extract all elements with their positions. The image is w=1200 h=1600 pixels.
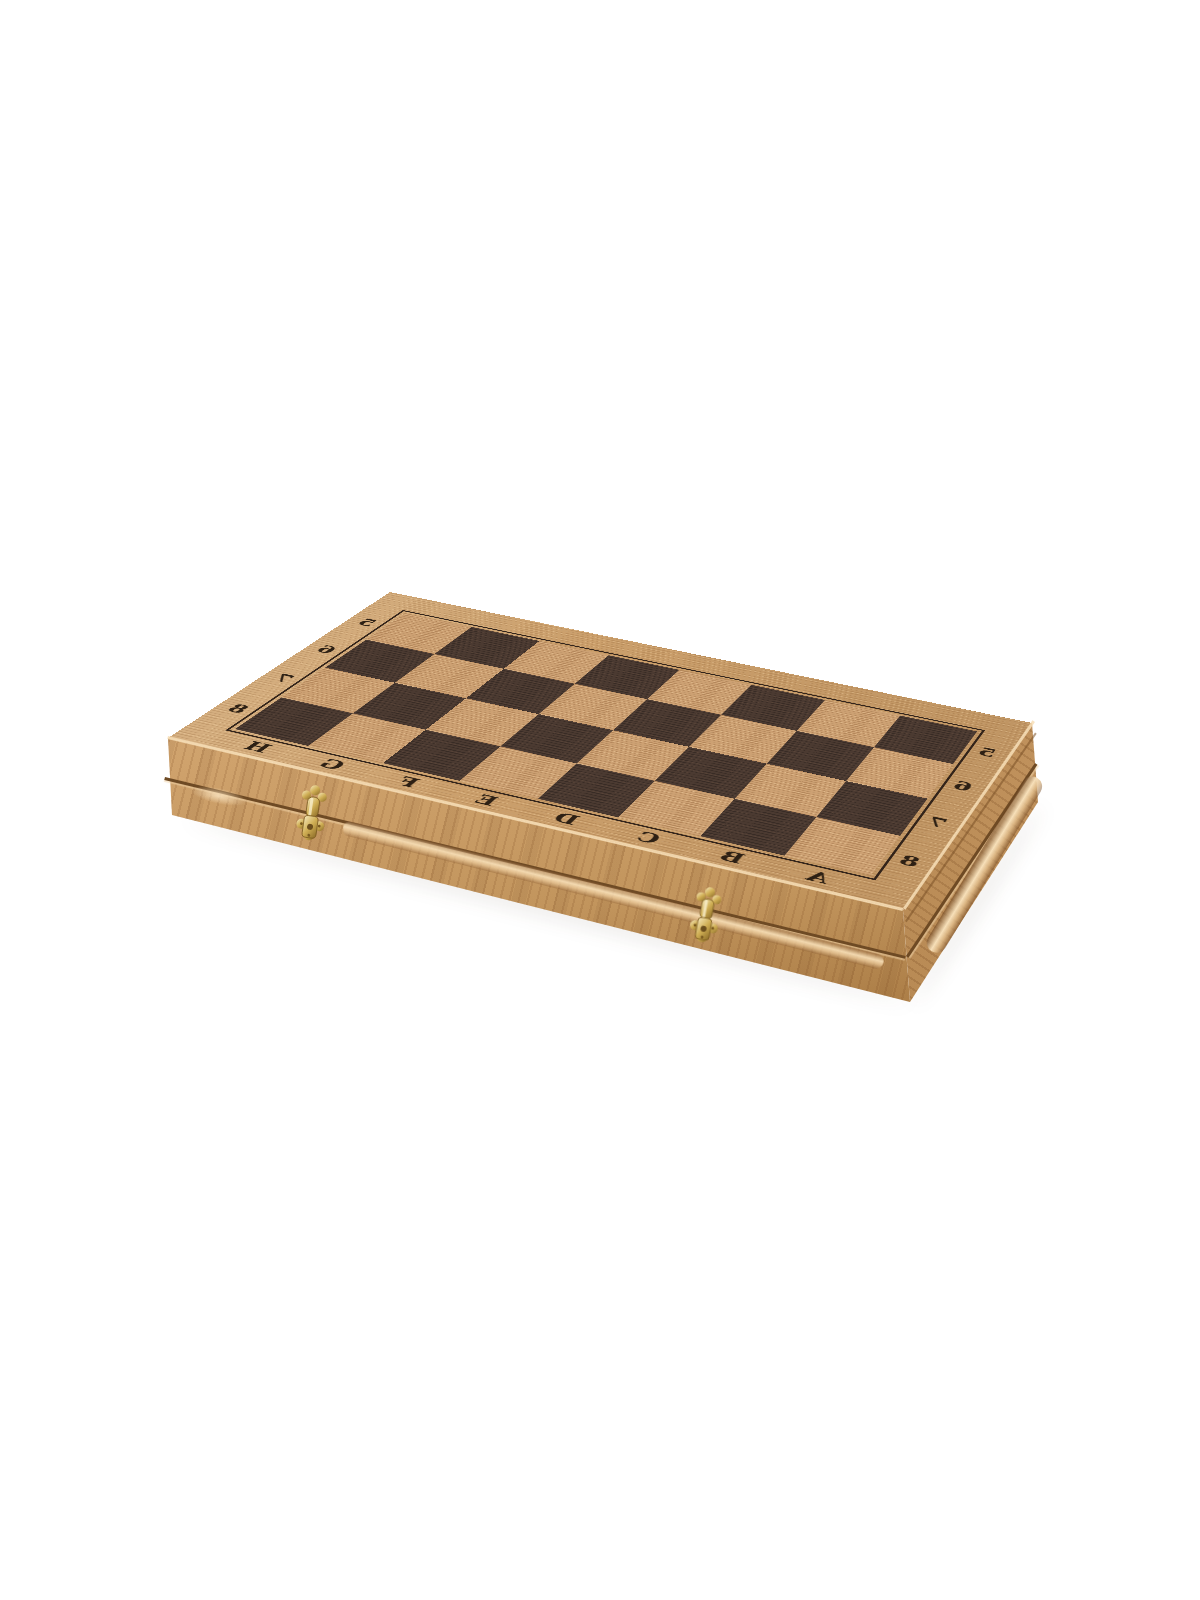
- product-photo-stage: HGFEDCBA 8765 8765: [0, 0, 1200, 1600]
